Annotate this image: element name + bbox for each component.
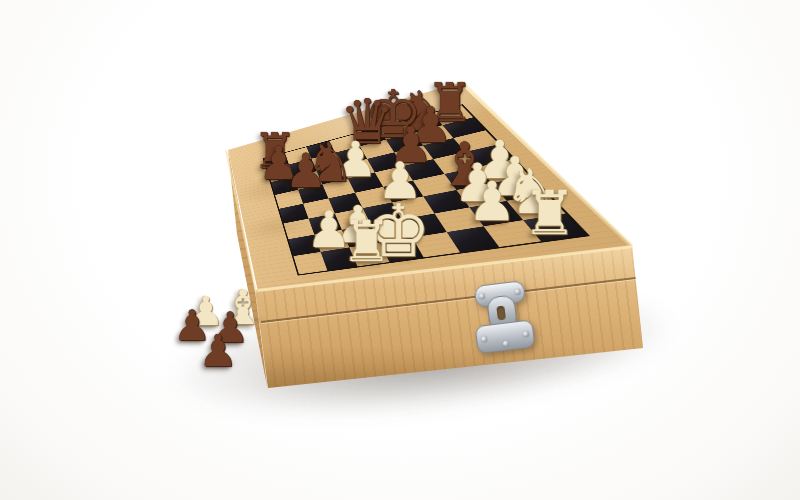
screw-icon — [479, 293, 486, 300]
clasp-latch[interactable] — [452, 278, 552, 363]
screw-icon — [523, 331, 530, 338]
piece-white-rook-c1[interactable]: ♜ — [333, 214, 401, 270]
piece-white-rook-h1[interactable]: ♜ — [513, 183, 586, 244]
captured-piece-black-pawn[interactable]: ♟ — [192, 329, 245, 373]
screw-icon — [503, 340, 510, 347]
product-photo-scene: ♜♜♛♚♞♟♟♟♞♟♝♟♟♟♟♟♟♟♟♞♜♚♜ ♟♝♟♟♟ — [0, 0, 800, 500]
screw-icon — [481, 336, 488, 343]
clasp-catch-plate — [475, 319, 536, 354]
clasp-hasp-hole — [496, 306, 506, 321]
piece-black-pawn-b6[interactable]: ♟ — [278, 147, 335, 194]
screw-icon — [514, 289, 521, 296]
